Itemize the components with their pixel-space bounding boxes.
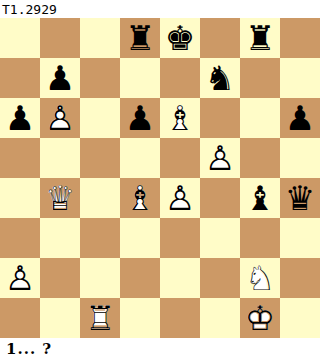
white-pawn: ♙ — [0, 258, 40, 298]
square-a2[interactable]: ♟♙ — [0, 258, 40, 298]
square-h7[interactable] — [280, 58, 320, 98]
square-c2[interactable] — [80, 258, 120, 298]
square-c1[interactable]: ♜♖ — [80, 298, 120, 338]
square-d3[interactable] — [120, 218, 160, 258]
white-pawn: ♙ — [40, 98, 80, 138]
square-h3[interactable] — [280, 218, 320, 258]
square-f7[interactable]: ♞ — [200, 58, 240, 98]
white-bishop: ♗ — [120, 178, 160, 218]
square-e4[interactable]: ♟♙ — [160, 178, 200, 218]
square-h5[interactable] — [280, 138, 320, 178]
square-e3[interactable] — [160, 218, 200, 258]
square-a4[interactable] — [0, 178, 40, 218]
square-g4[interactable]: ♝ — [240, 178, 280, 218]
square-g5[interactable] — [240, 138, 280, 178]
black-rook: ♜ — [120, 18, 160, 58]
square-g1[interactable]: ♚♔ — [240, 298, 280, 338]
square-c3[interactable] — [80, 218, 120, 258]
square-f4[interactable] — [200, 178, 240, 218]
square-e6[interactable]: ♝♗ — [160, 98, 200, 138]
square-d4[interactable]: ♝♗ — [120, 178, 160, 218]
square-b2[interactable] — [40, 258, 80, 298]
black-knight: ♞ — [200, 58, 240, 98]
black-pawn: ♟ — [120, 98, 160, 138]
white-queen: ♕ — [40, 178, 80, 218]
square-f6[interactable] — [200, 98, 240, 138]
white-pawn: ♙ — [160, 178, 200, 218]
black-pawn: ♟ — [40, 58, 80, 98]
square-a7[interactable] — [0, 58, 40, 98]
white-knight: ♘ — [240, 258, 280, 298]
square-f1[interactable] — [200, 298, 240, 338]
square-c7[interactable] — [80, 58, 120, 98]
square-c6[interactable] — [80, 98, 120, 138]
square-a8[interactable] — [0, 18, 40, 58]
square-a6[interactable]: ♟ — [0, 98, 40, 138]
square-g2[interactable]: ♞♘ — [240, 258, 280, 298]
black-bishop: ♝ — [240, 178, 280, 218]
square-e2[interactable] — [160, 258, 200, 298]
square-d6[interactable]: ♟ — [120, 98, 160, 138]
move-prompt-bar: 1... ? — [0, 338, 320, 360]
square-f5[interactable]: ♟♙ — [200, 138, 240, 178]
square-a1[interactable] — [0, 298, 40, 338]
black-rook: ♜ — [240, 18, 280, 58]
square-c4[interactable] — [80, 178, 120, 218]
square-h4[interactable]: ♛ — [280, 178, 320, 218]
square-b1[interactable] — [40, 298, 80, 338]
square-e7[interactable] — [160, 58, 200, 98]
square-h2[interactable] — [280, 258, 320, 298]
black-pawn: ♟ — [280, 98, 320, 138]
white-pawn: ♙ — [200, 138, 240, 178]
black-king: ♚ — [160, 18, 200, 58]
square-c8[interactable] — [80, 18, 120, 58]
square-d5[interactable] — [120, 138, 160, 178]
square-e1[interactable] — [160, 298, 200, 338]
square-f3[interactable] — [200, 218, 240, 258]
square-h1[interactable] — [280, 298, 320, 338]
square-b7[interactable]: ♟ — [40, 58, 80, 98]
square-f8[interactable] — [200, 18, 240, 58]
move-prompt: 1... ? — [6, 340, 52, 358]
square-b8[interactable] — [40, 18, 80, 58]
square-b5[interactable] — [40, 138, 80, 178]
square-g6[interactable] — [240, 98, 280, 138]
white-rook: ♖ — [80, 298, 120, 338]
chess-board: ♜♚♜♟♞♟♟♙♟♝♗♟♟♙♛♕♝♗♟♙♝♛♟♙♞♘♜♖♚♔ — [0, 18, 320, 338]
square-d2[interactable] — [120, 258, 160, 298]
square-h6[interactable]: ♟ — [280, 98, 320, 138]
square-b3[interactable] — [40, 218, 80, 258]
square-g3[interactable] — [240, 218, 280, 258]
title-bar: T1.2929 — [0, 0, 320, 18]
square-a3[interactable] — [0, 218, 40, 258]
square-b6[interactable]: ♟♙ — [40, 98, 80, 138]
black-pawn: ♟ — [0, 98, 40, 138]
puzzle-title: T1.2929 — [2, 2, 57, 17]
square-e5[interactable] — [160, 138, 200, 178]
square-d8[interactable]: ♜ — [120, 18, 160, 58]
square-d7[interactable] — [120, 58, 160, 98]
black-queen: ♛ — [280, 178, 320, 218]
square-f2[interactable] — [200, 258, 240, 298]
square-g7[interactable] — [240, 58, 280, 98]
chess-app: T1.2929 ♜♚♜♟♞♟♟♙♟♝♗♟♟♙♛♕♝♗♟♙♝♛♟♙♞♘♜♖♚♔ 1… — [0, 0, 320, 360]
square-c5[interactable] — [80, 138, 120, 178]
white-bishop: ♗ — [160, 98, 200, 138]
square-h8[interactable] — [280, 18, 320, 58]
square-e8[interactable]: ♚ — [160, 18, 200, 58]
square-b4[interactable]: ♛♕ — [40, 178, 80, 218]
square-a5[interactable] — [0, 138, 40, 178]
square-g8[interactable]: ♜ — [240, 18, 280, 58]
square-d1[interactable] — [120, 298, 160, 338]
white-king: ♔ — [240, 298, 280, 338]
